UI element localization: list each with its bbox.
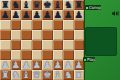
- square-f7[interactable]: ♟: [53, 10, 64, 20]
- square-a6[interactable]: [0, 20, 11, 30]
- square-g1[interactable]: ♞: [63, 70, 74, 80]
- black-pawn: ♟: [53, 10, 62, 20]
- square-h6[interactable]: [74, 20, 85, 30]
- square-b1[interactable]: ♞: [11, 70, 22, 80]
- square-h1[interactable]: ♜: [74, 70, 85, 80]
- square-e4[interactable]: [42, 40, 53, 50]
- square-b6[interactable]: [11, 20, 22, 30]
- player-name: Player: [87, 57, 95, 62]
- square-c4[interactable]: [21, 40, 32, 50]
- chess-board: ♜♞♝♛♚♝♞♜♟♟♟♟♟♟♟♟♟♟♟♟♟♟♟♟♜♞♝♛♚♝♞♜: [0, 0, 85, 80]
- sound-icon[interactable]: [112, 1, 119, 6]
- square-d1[interactable]: ♛: [32, 70, 43, 80]
- white-knight: ♞: [64, 70, 73, 80]
- white-rook: ♜: [1, 70, 10, 80]
- white-knight: ♞: [11, 70, 20, 80]
- square-g6[interactable]: [63, 20, 74, 30]
- square-c6[interactable]: [21, 20, 32, 30]
- square-d7[interactable]: ♟: [32, 10, 43, 20]
- square-f1[interactable]: ♝: [53, 70, 64, 80]
- square-h4[interactable]: [74, 40, 85, 50]
- square-b5[interactable]: [11, 30, 22, 40]
- square-c7[interactable]: ♟: [21, 10, 32, 20]
- white-king: ♚: [43, 70, 52, 80]
- square-e1[interactable]: ♚: [42, 70, 53, 80]
- square-a4[interactable]: [0, 40, 11, 50]
- player-name-badge: Player: [83, 57, 95, 62]
- black-pawn: ♟: [32, 10, 41, 20]
- square-f6[interactable]: [53, 20, 64, 30]
- speaker-icon: [112, 11, 119, 16]
- square-e5[interactable]: [42, 30, 53, 40]
- square-d5[interactable]: [32, 30, 43, 40]
- square-g4[interactable]: [63, 40, 74, 50]
- square-e7[interactable]: ♟: [42, 10, 53, 20]
- opponent-status-icon: [86, 7, 88, 9]
- white-queen: ♛: [32, 70, 41, 80]
- square-c1[interactable]: ♝: [21, 70, 32, 80]
- square-b7[interactable]: ♟: [11, 10, 22, 20]
- black-pawn: ♟: [74, 10, 83, 20]
- square-a7[interactable]: ♟: [0, 10, 11, 20]
- black-pawn: ♟: [1, 10, 10, 20]
- square-g7[interactable]: ♟: [63, 10, 74, 20]
- player-status-icon: [84, 59, 86, 61]
- square-h7[interactable]: ♟: [74, 10, 85, 20]
- opponent-name-badge: Computer: [85, 5, 101, 10]
- opponent-name: Computer: [89, 5, 101, 10]
- white-bishop: ♝: [22, 70, 31, 80]
- square-h5[interactable]: [74, 30, 85, 40]
- black-pawn: ♟: [11, 10, 20, 20]
- square-f5[interactable]: [53, 30, 64, 40]
- black-pawn: ♟: [43, 10, 52, 20]
- black-pawn: ♟: [22, 10, 31, 20]
- square-f4[interactable]: [53, 40, 64, 50]
- white-rook: ♜: [74, 70, 83, 80]
- info-panel: [85, 27, 117, 56]
- square-c5[interactable]: [21, 30, 32, 40]
- square-d6[interactable]: [32, 20, 43, 30]
- square-d4[interactable]: [32, 40, 43, 50]
- white-bishop: ♝: [53, 70, 62, 80]
- chess-game-window: ♜♞♝♛♚♝♞♜♟♟♟♟♟♟♟♟♟♟♟♟♟♟♟♟♜♞♝♛♚♝♞♜ Compute…: [0, 0, 120, 80]
- square-g5[interactable]: [63, 30, 74, 40]
- square-a5[interactable]: [0, 30, 11, 40]
- square-a1[interactable]: ♜: [0, 70, 11, 80]
- square-e6[interactable]: [42, 20, 53, 30]
- black-pawn: ♟: [64, 10, 73, 20]
- square-b4[interactable]: [11, 40, 22, 50]
